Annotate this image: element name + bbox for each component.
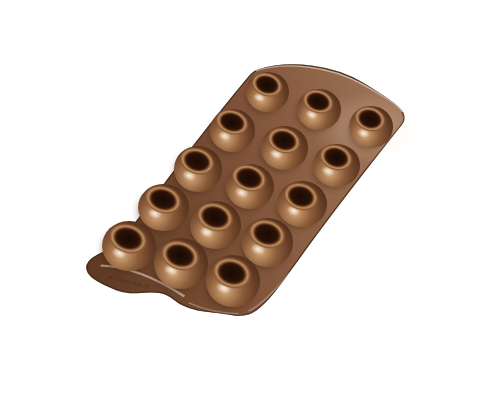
mould-cavity: [349, 106, 393, 147]
mould-cavity: [206, 255, 260, 306]
mould-cavity: [154, 238, 208, 289]
mould-cavity: [102, 221, 155, 271]
mould-cavity: [297, 89, 341, 130]
mould-cavity: [246, 72, 289, 112]
photo-canvas: silikomart: [0, 0, 500, 400]
